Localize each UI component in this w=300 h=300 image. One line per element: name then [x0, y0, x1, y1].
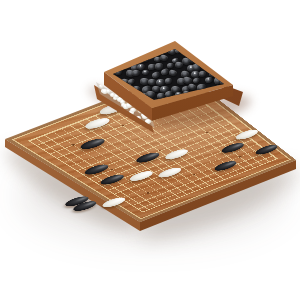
black-stone: [112, 64, 121, 72]
go-board: [5, 71, 296, 222]
black-stone: [211, 47, 220, 55]
black-stone: [147, 49, 157, 57]
black-stone: [137, 64, 145, 70]
black-stone: [125, 84, 132, 90]
black-stone: [205, 76, 214, 84]
black-stone: [162, 42, 171, 49]
black-stone: [219, 141, 247, 154]
black-stone: [220, 79, 228, 86]
black-stone: [220, 49, 228, 55]
black-stone: [129, 50, 138, 58]
black-stone: [231, 49, 240, 57]
black-stone: [154, 41, 163, 48]
black-stone: [135, 56, 143, 62]
black-stone: [228, 41, 237, 49]
black-stone: [189, 55, 198, 63]
black-stone: [126, 54, 136, 62]
black-stone: [108, 77, 117, 85]
black-stone: [105, 71, 115, 80]
black-stone: [171, 57, 179, 64]
black-stone: [128, 78, 136, 85]
black-stone: [179, 40, 188, 48]
black-stone: [217, 57, 226, 64]
black-stone: [223, 62, 232, 70]
black-stone: [209, 71, 217, 78]
black-stone: [200, 40, 209, 48]
black-stone: [198, 55, 207, 62]
black-stone: [118, 63, 126, 70]
black-stone: [191, 71, 200, 78]
black-stone: [77, 137, 108, 151]
black-stone: [225, 57, 233, 64]
black-stone: [213, 76, 223, 85]
black-stone: [226, 85, 234, 92]
black-stone: [159, 54, 168, 62]
black-stone: [212, 160, 239, 173]
black-stone: [141, 42, 149, 49]
black-stone: [253, 143, 280, 156]
black-stone: [120, 79, 129, 87]
black-stone: [152, 71, 161, 79]
black-stone: [114, 69, 122, 76]
black-stone: [115, 54, 123, 61]
white-stone: [82, 116, 113, 130]
black-stone: [141, 70, 148, 76]
black-stone: [194, 47, 203, 55]
black-stone: [98, 173, 127, 186]
black-stone: [110, 49, 118, 55]
black-stone: [130, 63, 140, 71]
black-stone: [148, 64, 156, 71]
black-stone: [142, 55, 149, 61]
black-stone: [226, 71, 235, 79]
black-stone: [104, 55, 114, 64]
go-set-photo: [0, 0, 300, 300]
black-stone: [120, 49, 128, 56]
black-stone: [204, 49, 214, 58]
black-stone: [107, 41, 114, 47]
black-stone: [189, 43, 197, 49]
black-stone: [155, 63, 164, 70]
black-stone: [199, 71, 206, 77]
black-stone: [218, 71, 228, 80]
black-stone: [132, 41, 141, 49]
black-stone: [208, 56, 217, 64]
black-stone: [232, 63, 239, 69]
black-stone: [211, 61, 219, 68]
black-stone: [186, 64, 195, 72]
white-stone: [127, 170, 156, 183]
black-stone: [124, 42, 133, 49]
white-stone: [162, 148, 191, 161]
black-stone: [172, 41, 181, 49]
white-stone: [99, 196, 128, 209]
black-stone: [183, 49, 193, 58]
black-stone: [133, 151, 162, 165]
black-stone: [192, 64, 201, 72]
black-stone: [132, 70, 140, 77]
black-stone: [153, 57, 160, 63]
black-stone: [156, 48, 164, 55]
black-stone: [208, 41, 217, 49]
black-stone: [181, 57, 191, 66]
black-stone: [175, 62, 184, 70]
black-stone: [167, 47, 177, 55]
black-stone: [215, 41, 224, 49]
black-stone: [116, 84, 126, 92]
black-stone: [138, 49, 147, 56]
white-stone: [156, 166, 184, 179]
black-stone: [175, 47, 183, 54]
black-stone: [205, 61, 215, 69]
black-stone: [126, 69, 136, 78]
black-stone: [82, 163, 112, 177]
black-stone: [115, 41, 124, 49]
black-stone: [216, 85, 223, 91]
white-stone: [233, 128, 261, 141]
black-stone: [230, 77, 239, 85]
black-stone: [167, 62, 175, 69]
